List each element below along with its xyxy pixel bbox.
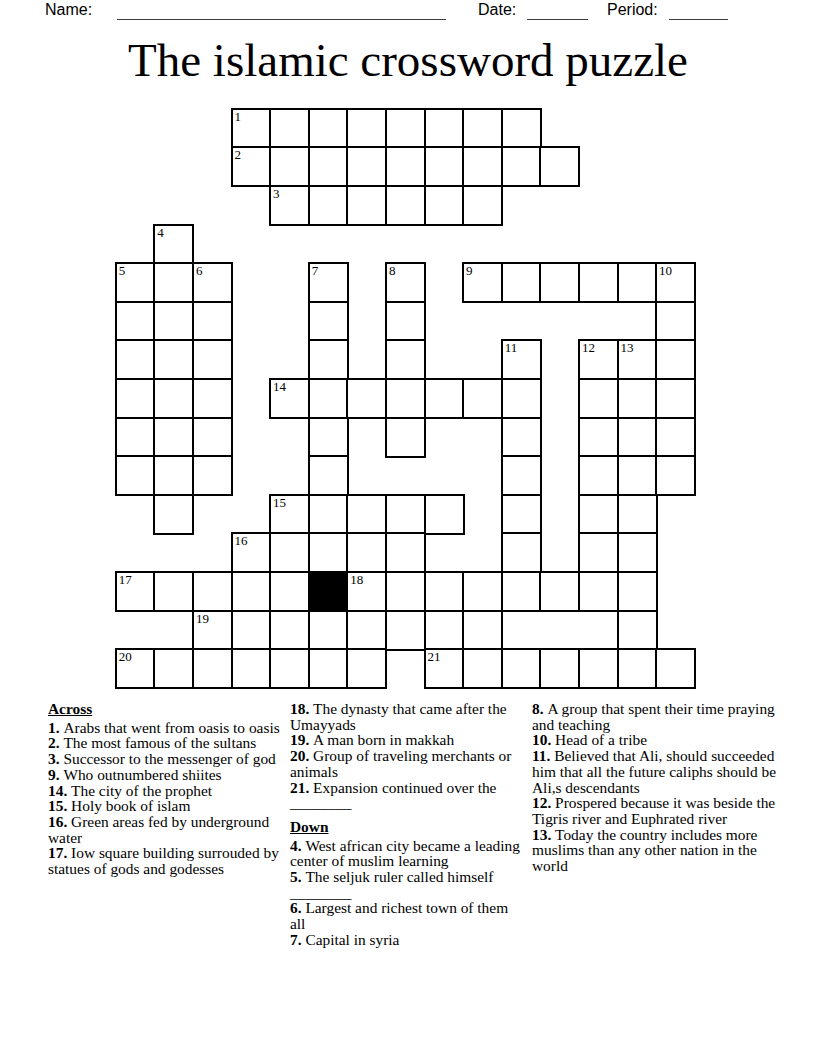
crossword-grid[interactable]: 123456789101112131415161718192021 xyxy=(116,109,695,688)
grid-cell[interactable] xyxy=(192,301,233,342)
grid-cell[interactable] xyxy=(424,494,465,535)
grid-cell[interactable] xyxy=(617,571,658,612)
clue-21: 21. Expansion continued over the _______… xyxy=(290,780,527,811)
grid-cell[interactable] xyxy=(462,571,503,612)
grid-cell[interactable]: 10 xyxy=(655,262,696,303)
clue-11: 11. Believed that Ali, should succeeded … xyxy=(532,748,786,795)
clue-14: 14. The city of the prophet xyxy=(48,783,285,799)
grid-cell[interactable] xyxy=(308,610,349,651)
date-blank-line[interactable] xyxy=(527,2,588,20)
grid-cell[interactable] xyxy=(192,339,233,380)
grid-cell[interactable] xyxy=(385,494,426,535)
grid-cell[interactable] xyxy=(385,417,426,458)
grid-cell[interactable] xyxy=(346,532,387,573)
clue-number: 9 xyxy=(466,263,473,278)
clue-number: 8 xyxy=(389,263,396,278)
grid-cell[interactable] xyxy=(578,378,619,419)
clue-number: 4 xyxy=(157,225,164,240)
grid-cell[interactable] xyxy=(462,610,503,651)
grid-cell[interactable] xyxy=(424,185,465,226)
grid-cell[interactable] xyxy=(655,301,696,342)
clue-number: 18 xyxy=(350,572,363,587)
grid-cell[interactable] xyxy=(308,494,349,535)
grid-cell[interactable] xyxy=(501,571,542,612)
clue-18: 18. The dynasty that came after the Umay… xyxy=(290,701,527,732)
clue-number: 12 xyxy=(582,340,595,355)
grid-cell[interactable] xyxy=(617,417,658,458)
grid-cell[interactable] xyxy=(153,455,194,496)
grid-cell[interactable]: 1 xyxy=(231,108,272,149)
grid-cell[interactable] xyxy=(617,455,658,496)
grid-cell[interactable] xyxy=(385,146,426,187)
clue-12: 12. Prospered because it was beside the … xyxy=(532,795,786,826)
clue-number: 1 xyxy=(235,109,242,124)
grid-cell[interactable] xyxy=(346,378,387,419)
grid-cell[interactable] xyxy=(501,378,542,419)
clue-number: 6 xyxy=(196,263,203,278)
clue-17: 17. Iow square building surrouded by sta… xyxy=(48,845,285,876)
clue-15: 15. Holy book of islam xyxy=(48,798,285,814)
grid-cell[interactable] xyxy=(617,610,658,651)
grid-cell[interactable] xyxy=(115,455,156,496)
worksheet-page: Name: Date: Period: The islamic crosswor… xyxy=(0,0,816,1056)
grid-cell[interactable] xyxy=(153,648,194,689)
down-heading: Down xyxy=(290,819,527,835)
grid-cell[interactable] xyxy=(231,648,272,689)
grid-cell[interactable] xyxy=(462,185,503,226)
grid-cell[interactable] xyxy=(308,185,349,226)
grid-cell[interactable] xyxy=(153,417,194,458)
name-label: Name: xyxy=(45,1,92,19)
grid-cell[interactable]: 13 xyxy=(617,339,658,380)
name-blank-line[interactable] xyxy=(117,2,446,20)
grid-cell[interactable]: 9 xyxy=(462,262,503,303)
grid-cell[interactable] xyxy=(462,378,503,419)
grid-cell[interactable] xyxy=(617,532,658,573)
grid-cell[interactable] xyxy=(153,494,194,535)
grid-cell[interactable] xyxy=(462,108,503,149)
clue-4: 4. West african city became a leading ce… xyxy=(290,838,527,869)
clue-number: 21 xyxy=(428,649,441,664)
grid-cell[interactable] xyxy=(462,648,503,689)
grid-cell[interactable] xyxy=(115,417,156,458)
grid-cell[interactable]: 17 xyxy=(115,571,156,612)
clue-7: 7. Capital in syria xyxy=(290,932,527,948)
grid-cell[interactable] xyxy=(501,417,542,458)
grid-cell[interactable] xyxy=(424,146,465,187)
grid-cell[interactable] xyxy=(308,339,349,380)
grid-cell[interactable] xyxy=(192,378,233,419)
clue-2: 2. The most famous of the sultans xyxy=(48,735,285,751)
grid-cell[interactable] xyxy=(539,648,580,689)
clue-20: 20. Group of traveling merchants or anim… xyxy=(290,748,527,779)
clue-6: 6. Largest and richest town of them all xyxy=(290,900,527,931)
grid-cell[interactable] xyxy=(462,146,503,187)
grid-cell[interactable] xyxy=(192,648,233,689)
grid-cell[interactable] xyxy=(617,262,658,303)
grid-cell[interactable] xyxy=(153,571,194,612)
grid-cell[interactable] xyxy=(269,146,310,187)
grid-cell[interactable] xyxy=(655,417,696,458)
grid-cell[interactable] xyxy=(501,108,542,149)
clue-19: 19. A man born in makkah xyxy=(290,732,527,748)
grid-cell[interactable]: 14 xyxy=(269,378,310,419)
grid-cell[interactable] xyxy=(269,648,310,689)
grid-cell[interactable]: 8 xyxy=(385,262,426,303)
black-cell xyxy=(308,571,349,612)
grid-cell[interactable] xyxy=(578,571,619,612)
period-blank-line[interactable] xyxy=(669,2,728,20)
clue-number: 20 xyxy=(119,649,132,664)
clue-number: 10 xyxy=(659,263,672,278)
grid-cell[interactable] xyxy=(308,378,349,419)
grid-cell[interactable] xyxy=(539,146,580,187)
grid-cell[interactable] xyxy=(308,417,349,458)
grid-cell[interactable] xyxy=(578,455,619,496)
grid-cell[interactable] xyxy=(308,455,349,496)
grid-cell[interactable] xyxy=(115,378,156,419)
grid-cell[interactable] xyxy=(231,571,272,612)
grid-cell[interactable] xyxy=(578,417,619,458)
grid-cell[interactable]: 11 xyxy=(501,339,542,380)
grid-cell[interactable] xyxy=(385,571,426,612)
grid-cell[interactable] xyxy=(308,146,349,187)
grid-cell[interactable] xyxy=(115,301,156,342)
grid-cell[interactable] xyxy=(346,494,387,535)
clue-number: 5 xyxy=(119,263,126,278)
grid-cell[interactable] xyxy=(385,185,426,226)
grid-cell[interactable]: 19 xyxy=(192,610,233,651)
clue-5: 5. The seljuk ruler called himself _____… xyxy=(290,869,527,900)
grid-cell[interactable] xyxy=(153,301,194,342)
grid-cell[interactable] xyxy=(346,648,387,689)
clue-13: 13. Today the country includes more musl… xyxy=(532,827,786,874)
grid-cell[interactable] xyxy=(424,610,465,651)
grid-cell[interactable] xyxy=(308,532,349,573)
grid-cell[interactable] xyxy=(655,378,696,419)
grid-cell[interactable] xyxy=(153,262,194,303)
grid-cell[interactable] xyxy=(308,108,349,149)
across-heading: Across xyxy=(48,701,285,717)
grid-cell[interactable]: 2 xyxy=(231,146,272,187)
grid-cell[interactable] xyxy=(385,610,426,651)
grid-cell[interactable]: 15 xyxy=(269,494,310,535)
grid-cell[interactable] xyxy=(192,417,233,458)
grid-cell[interactable] xyxy=(192,455,233,496)
grid-cell[interactable]: 16 xyxy=(231,532,272,573)
grid-cell[interactable] xyxy=(385,532,426,573)
grid-cell[interactable]: 6 xyxy=(192,262,233,303)
grid-cell[interactable] xyxy=(346,146,387,187)
clue-8: 8. A group that spent their time praying… xyxy=(532,701,786,732)
grid-cell[interactable]: 7 xyxy=(308,262,349,303)
grid-cell[interactable] xyxy=(385,378,426,419)
down-clue-list: 4. West african city became a leading ce… xyxy=(290,838,527,948)
grid-cell[interactable] xyxy=(578,648,619,689)
grid-cell[interactable] xyxy=(539,262,580,303)
grid-cell[interactable] xyxy=(192,571,233,612)
date-label: Date: xyxy=(478,1,516,19)
across-clue-list-continued: 18. The dynasty that came after the Umay… xyxy=(290,701,527,811)
grid-cell[interactable] xyxy=(346,610,387,651)
clue-column-3: 8. A group that spent their time praying… xyxy=(532,701,786,874)
grid-cell[interactable] xyxy=(578,262,619,303)
grid-cell[interactable] xyxy=(346,185,387,226)
grid-cell[interactable]: 18 xyxy=(346,571,387,612)
grid-cell[interactable] xyxy=(424,378,465,419)
grid-cell[interactable] xyxy=(501,648,542,689)
grid-cell[interactable] xyxy=(269,610,310,651)
clue-number: 16 xyxy=(235,533,248,548)
grid-cell[interactable] xyxy=(153,378,194,419)
grid-cell[interactable] xyxy=(655,648,696,689)
puzzle-title: The islamic crossword puzzle xyxy=(0,33,816,87)
grid-cell[interactable] xyxy=(346,108,387,149)
grid-cell[interactable] xyxy=(308,648,349,689)
grid-cell[interactable] xyxy=(501,455,542,496)
clue-column-2: 18. The dynasty that came after the Umay… xyxy=(290,701,527,948)
clue-number: 11 xyxy=(505,340,518,355)
grid-cell[interactable] xyxy=(501,494,542,535)
grid-cell[interactable] xyxy=(655,339,696,380)
grid-cell[interactable]: 4 xyxy=(153,224,194,265)
grid-cell[interactable]: 21 xyxy=(424,648,465,689)
grid-cell[interactable] xyxy=(308,301,349,342)
clue-number: 3 xyxy=(273,186,280,201)
clue-10: 10. Head of a tribe xyxy=(532,732,786,748)
grid-cell[interactable] xyxy=(617,648,658,689)
grid-cell[interactable]: 3 xyxy=(269,185,310,226)
clue-number: 7 xyxy=(312,263,319,278)
grid-cell[interactable] xyxy=(269,108,310,149)
clue-number: 15 xyxy=(273,495,286,510)
grid-cell[interactable]: 5 xyxy=(115,262,156,303)
clue-number: 2 xyxy=(235,147,242,162)
period-label: Period: xyxy=(607,1,658,19)
clue-3: 3. Successor to the messenger of god xyxy=(48,751,285,767)
grid-cell[interactable] xyxy=(501,532,542,573)
down-clue-list-continued: 8. A group that spent their time praying… xyxy=(532,701,786,874)
grid-cell[interactable] xyxy=(231,610,272,651)
grid-cell[interactable] xyxy=(578,532,619,573)
clue-number: 19 xyxy=(196,611,209,626)
grid-cell[interactable] xyxy=(269,571,310,612)
grid-cell[interactable]: 12 xyxy=(578,339,619,380)
grid-cell[interactable] xyxy=(539,571,580,612)
clue-16: 16. Green areas fed by underground water xyxy=(48,814,285,845)
grid-cell[interactable] xyxy=(153,339,194,380)
grid-cell[interactable] xyxy=(424,571,465,612)
grid-cell[interactable] xyxy=(501,146,542,187)
clue-number: 14 xyxy=(273,379,286,394)
grid-cell[interactable] xyxy=(385,339,426,380)
grid-cell[interactable] xyxy=(578,494,619,535)
grid-cell[interactable] xyxy=(424,108,465,149)
grid-cell[interactable] xyxy=(501,262,542,303)
across-clue-list: 1. Arabs that went from oasis to oasis2.… xyxy=(48,720,285,877)
clue-number: 13 xyxy=(621,340,634,355)
clue-column-1: Across 1. Arabs that went from oasis to … xyxy=(48,701,285,877)
grid-cell[interactable] xyxy=(385,108,426,149)
grid-cell[interactable] xyxy=(617,378,658,419)
grid-cell[interactable] xyxy=(385,301,426,342)
grid-cell[interactable] xyxy=(115,339,156,380)
grid-cell[interactable] xyxy=(617,494,658,535)
clue-number: 17 xyxy=(119,572,132,587)
grid-cell[interactable]: 20 xyxy=(115,648,156,689)
grid-cell[interactable] xyxy=(655,455,696,496)
clue-1: 1. Arabs that went from oasis to oasis xyxy=(48,720,285,736)
grid-cell[interactable] xyxy=(269,532,310,573)
clue-9: 9. Who outnumbered shiites xyxy=(48,767,285,783)
